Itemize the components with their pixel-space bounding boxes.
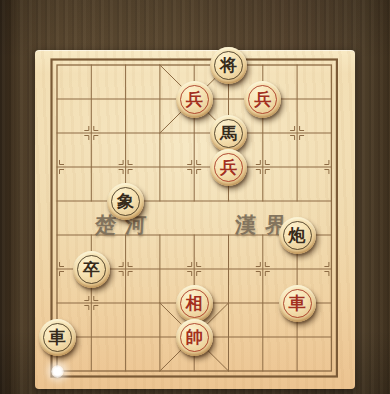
app-window: 楚河 漢界 将兵兵馬兵象炮卒相車車帥 <box>0 0 390 394</box>
piece-character: 象 <box>117 192 134 209</box>
piece-character: 卒 <box>83 260 100 277</box>
piece-red-general[interactable]: 帥 <box>176 319 213 356</box>
piece-character: 相 <box>186 294 203 311</box>
piece-black-chariot[interactable]: 車 <box>39 319 76 356</box>
piece-character: 兵 <box>220 158 237 175</box>
piece-character: 車 <box>289 294 306 311</box>
last-move-marker <box>51 365 64 378</box>
piece-character: 馬 <box>220 124 237 141</box>
piece-black-horse[interactable]: 馬 <box>210 115 247 152</box>
piece-red-soldier-1[interactable]: 兵 <box>176 81 213 118</box>
piece-black-general[interactable]: 将 <box>210 47 247 84</box>
piece-character: 炮 <box>289 226 306 243</box>
piece-red-chariot[interactable]: 車 <box>279 285 316 322</box>
piece-character: 兵 <box>254 90 271 107</box>
xiangqi-board[interactable]: 楚河 漢界 将兵兵馬兵象炮卒相車車帥 <box>35 50 355 389</box>
piece-black-elephant[interactable]: 象 <box>107 183 144 220</box>
piece-red-soldier-3[interactable]: 兵 <box>210 149 247 186</box>
piece-character: 車 <box>49 328 66 345</box>
piece-red-soldier-2[interactable]: 兵 <box>244 81 281 118</box>
piece-black-cannon[interactable]: 炮 <box>279 217 316 254</box>
piece-character: 兵 <box>186 90 203 107</box>
piece-red-elephant[interactable]: 相 <box>176 285 213 322</box>
piece-character: 将 <box>220 56 237 73</box>
piece-character: 帥 <box>186 328 203 345</box>
piece-black-soldier[interactable]: 卒 <box>73 251 110 288</box>
